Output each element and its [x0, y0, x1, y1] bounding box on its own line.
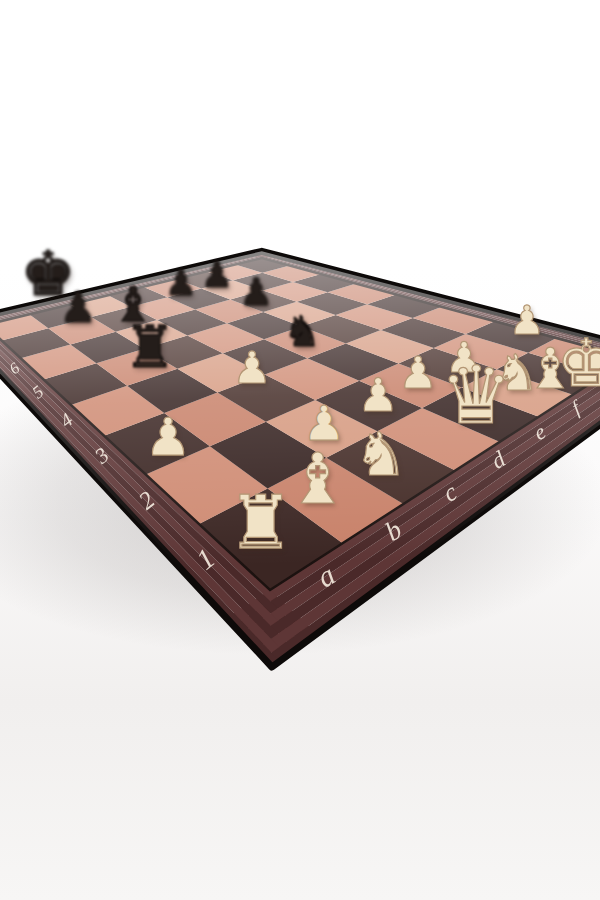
chess-board[interactable]: abcdefgh12345678: [0, 0, 600, 900]
chess-set-photo: abcdefgh12345678 ♟♚♟♟♝♟♟♞♜♟♟♚♝♟♞♟♛♟♟♞♝♜: [0, 0, 600, 900]
